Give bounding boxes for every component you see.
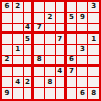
- cell-r6c1[interactable]: 2: [2, 56, 13, 67]
- cell-r4c6[interactable]: 7: [56, 34, 67, 45]
- cell-r8c8[interactable]: [77, 77, 88, 88]
- cell-r8c1[interactable]: [2, 77, 13, 88]
- cell-r4c1[interactable]: [2, 34, 13, 45]
- cell-r4c4[interactable]: [34, 34, 45, 45]
- cell-r8c3[interactable]: 2: [24, 77, 35, 88]
- cell-r3c1[interactable]: [2, 24, 13, 35]
- cell-r4c3[interactable]: 5: [24, 34, 35, 45]
- cell-r1c7[interactable]: [67, 2, 78, 13]
- cell-r2c5[interactable]: 2: [45, 13, 56, 24]
- cell-r7c2[interactable]: [13, 67, 24, 78]
- cell-r6c6[interactable]: [56, 56, 67, 67]
- cell-r2c7[interactable]: 5: [67, 13, 78, 24]
- cell-r9c8[interactable]: 6: [77, 88, 88, 99]
- cell-r7c6[interactable]: 4: [56, 67, 67, 78]
- cell-r1c3[interactable]: [24, 2, 35, 13]
- cell-r3c9[interactable]: [88, 24, 99, 35]
- cell-r2c9[interactable]: [88, 13, 99, 24]
- cell-r1c4[interactable]: [34, 2, 45, 13]
- cell-r2c3[interactable]: [24, 13, 35, 24]
- cell-r5c4[interactable]: [34, 45, 45, 56]
- cell-r3c2[interactable]: [13, 24, 24, 35]
- cell-r9c4[interactable]: [34, 88, 45, 99]
- cell-r8c5[interactable]: 8: [45, 77, 56, 88]
- cell-r2c2[interactable]: [13, 13, 24, 24]
- cell-r9c7[interactable]: [67, 88, 78, 99]
- cell-r2c4[interactable]: [34, 13, 45, 24]
- sudoku-board: 623259475711328647428968: [0, 0, 101, 101]
- cell-r7c1[interactable]: [2, 67, 13, 78]
- cell-r4c9[interactable]: 1: [88, 34, 99, 45]
- cell-r8c6[interactable]: [56, 77, 67, 88]
- cell-r7c7[interactable]: 7: [67, 67, 78, 78]
- cell-r6c2[interactable]: [13, 56, 24, 67]
- cell-r6c8[interactable]: [77, 56, 88, 67]
- cell-r8c4[interactable]: [34, 77, 45, 88]
- cell-r6c7[interactable]: 6: [67, 56, 78, 67]
- cell-r5c6[interactable]: [56, 45, 67, 56]
- cell-r4c2[interactable]: [13, 34, 24, 45]
- cell-r7c5[interactable]: [45, 67, 56, 78]
- cell-r8c9[interactable]: [88, 77, 99, 88]
- cell-r1c1[interactable]: 6: [2, 2, 13, 13]
- cell-r5c9[interactable]: [88, 45, 99, 56]
- cell-r3c6[interactable]: [56, 24, 67, 35]
- cell-r7c9[interactable]: [88, 67, 99, 78]
- cell-r9c1[interactable]: 9: [2, 88, 13, 99]
- cell-r9c9[interactable]: 8: [88, 88, 99, 99]
- cell-r4c7[interactable]: [67, 34, 78, 45]
- cell-r3c3[interactable]: 4: [24, 24, 35, 35]
- cell-r9c2[interactable]: [13, 88, 24, 99]
- cell-r5c5[interactable]: [45, 45, 56, 56]
- cell-r9c3[interactable]: [24, 88, 35, 99]
- cell-r1c9[interactable]: 3: [88, 2, 99, 13]
- cell-r3c5[interactable]: [45, 24, 56, 35]
- cell-r3c4[interactable]: 7: [34, 24, 45, 35]
- cell-r1c8[interactable]: [77, 2, 88, 13]
- cell-r5c8[interactable]: 3: [77, 45, 88, 56]
- cell-r2c1[interactable]: [2, 13, 13, 24]
- cell-r6c4[interactable]: 8: [34, 56, 45, 67]
- cell-r7c8[interactable]: [77, 67, 88, 78]
- cell-r5c2[interactable]: 1: [13, 45, 24, 56]
- cell-r6c3[interactable]: [24, 56, 35, 67]
- cell-r8c7[interactable]: [67, 77, 78, 88]
- cell-r2c8[interactable]: 9: [77, 13, 88, 24]
- cell-r5c7[interactable]: [67, 45, 78, 56]
- cell-r4c5[interactable]: [45, 34, 56, 45]
- cell-r1c2[interactable]: 2: [13, 2, 24, 13]
- cell-r9c5[interactable]: [45, 88, 56, 99]
- cell-r3c8[interactable]: [77, 24, 88, 35]
- cell-r1c5[interactable]: [45, 2, 56, 13]
- cell-r6c9[interactable]: [88, 56, 99, 67]
- cell-r5c1[interactable]: [2, 45, 13, 56]
- cell-r3c7[interactable]: [67, 24, 78, 35]
- cell-r1c6[interactable]: [56, 2, 67, 13]
- cell-r7c4[interactable]: [34, 67, 45, 78]
- cell-r8c2[interactable]: 4: [13, 77, 24, 88]
- cell-r5c3[interactable]: [24, 45, 35, 56]
- cell-r9c6[interactable]: [56, 88, 67, 99]
- cell-r7c3[interactable]: [24, 67, 35, 78]
- cell-r2c6[interactable]: [56, 13, 67, 24]
- cell-r6c5[interactable]: [45, 56, 56, 67]
- cell-r4c8[interactable]: [77, 34, 88, 45]
